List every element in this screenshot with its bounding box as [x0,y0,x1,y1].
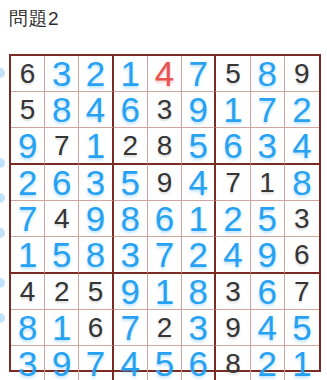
cell-r7c5[interactable]: 1 [148,274,182,310]
sudoku-board: 6321475895846391729712856342635947187498… [9,54,321,372]
cell-r4c5[interactable]: 9 [148,165,182,201]
cell-r9c1[interactable]: 3 [11,346,45,380]
cell-r6c1[interactable]: 1 [11,237,45,274]
edge-artifact [0,68,5,78]
cell-r2c5[interactable]: 3 [148,92,182,128]
cell-r5c3[interactable]: 9 [79,201,113,237]
cell-r2c9[interactable]: 2 [285,92,319,128]
cell-r9c4[interactable]: 4 [114,346,148,380]
cell-r1c8[interactable]: 8 [251,56,285,92]
cell-r7c4[interactable]: 9 [114,274,148,310]
cell-r5c5[interactable]: 6 [148,201,182,237]
cell-r6c3[interactable]: 8 [79,237,113,274]
cell-r9c8[interactable]: 2 [251,346,285,380]
cell-r2c1[interactable]: 5 [11,92,45,128]
cell-r8c8[interactable]: 4 [251,310,285,346]
puzzle-title: 問題2 [9,6,59,32]
cell-r9c6[interactable]: 6 [182,346,216,380]
cell-r1c7[interactable]: 5 [216,56,250,92]
cell-r8c7[interactable]: 9 [216,310,250,346]
cell-r6c2[interactable]: 5 [45,237,79,274]
cell-r9c3[interactable]: 7 [79,346,113,380]
cell-r1c5[interactable]: 4 [148,56,182,92]
cell-r7c1[interactable]: 4 [11,274,45,310]
cell-r8c9[interactable]: 5 [285,310,319,346]
cell-r4c8[interactable]: 1 [251,165,285,201]
cell-r8c2[interactable]: 1 [45,310,79,346]
cell-r7c6[interactable]: 8 [182,274,216,310]
cell-r8c3[interactable]: 6 [79,310,113,346]
cell-r8c6[interactable]: 3 [182,310,216,346]
cell-r7c3[interactable]: 5 [79,274,113,310]
cell-r3c7[interactable]: 6 [216,128,250,165]
cell-r3c1[interactable]: 9 [11,128,45,165]
cell-r5c8[interactable]: 5 [251,201,285,237]
cell-r5c9[interactable]: 3 [285,201,319,237]
cell-r3c5[interactable]: 8 [148,128,182,165]
cell-r4c9[interactable]: 8 [285,165,319,201]
cell-r3c9[interactable]: 4 [285,128,319,165]
edge-artifact [0,193,5,203]
edge-artifact [0,158,5,168]
cell-r4c6[interactable]: 4 [182,165,216,201]
cell-r4c3[interactable]: 3 [79,165,113,201]
cell-r1c6[interactable]: 7 [182,56,216,92]
cell-r3c4[interactable]: 2 [114,128,148,165]
cell-r9c9[interactable]: 1 [285,346,319,380]
cell-r4c2[interactable]: 6 [45,165,79,201]
cell-r2c3[interactable]: 4 [79,92,113,128]
cell-r4c1[interactable]: 2 [11,165,45,201]
cell-r1c3[interactable]: 2 [79,56,113,92]
cell-r6c5[interactable]: 7 [148,237,182,274]
edge-artifact [0,278,5,288]
cell-r3c3[interactable]: 1 [79,128,113,165]
cell-r1c1[interactable]: 6 [11,56,45,92]
cell-r7c8[interactable]: 6 [251,274,285,310]
cell-r6c7[interactable]: 4 [216,237,250,274]
cell-r6c9[interactable]: 6 [285,237,319,274]
cell-r9c2[interactable]: 9 [45,346,79,380]
cell-r9c7[interactable]: 8 [216,346,250,380]
cell-r4c4[interactable]: 5 [114,165,148,201]
cell-r6c4[interactable]: 3 [114,237,148,274]
cell-r5c1[interactable]: 7 [11,201,45,237]
cell-r2c6[interactable]: 9 [182,92,216,128]
cell-r1c2[interactable]: 3 [45,56,79,92]
cell-r7c2[interactable]: 2 [45,274,79,310]
cell-r1c9[interactable]: 9 [285,56,319,92]
cell-r4c7[interactable]: 7 [216,165,250,201]
cell-r9c5[interactable]: 5 [148,346,182,380]
cell-r1c4[interactable]: 1 [114,56,148,92]
cell-r7c7[interactable]: 3 [216,274,250,310]
cell-r2c7[interactable]: 1 [216,92,250,128]
edge-artifact [0,313,5,323]
cell-r2c2[interactable]: 8 [45,92,79,128]
cell-r8c4[interactable]: 7 [114,310,148,346]
cell-r2c8[interactable]: 7 [251,92,285,128]
cell-r5c2[interactable]: 4 [45,201,79,237]
cell-r2c4[interactable]: 6 [114,92,148,128]
cell-r5c6[interactable]: 1 [182,201,216,237]
cell-r3c6[interactable]: 5 [182,128,216,165]
cell-r5c4[interactable]: 8 [114,201,148,237]
cell-r8c5[interactable]: 2 [148,310,182,346]
cell-r8c1[interactable]: 8 [11,310,45,346]
cell-r3c2[interactable]: 7 [45,128,79,165]
cell-r6c6[interactable]: 2 [182,237,216,274]
cell-r5c7[interactable]: 2 [216,201,250,237]
cell-r6c8[interactable]: 9 [251,237,285,274]
cell-r7c9[interactable]: 7 [285,274,319,310]
sudoku-screen: 問題2 632147589584639172971285634263594718… [0,0,327,380]
edge-artifact [0,228,5,238]
cell-r3c8[interactable]: 3 [251,128,285,165]
